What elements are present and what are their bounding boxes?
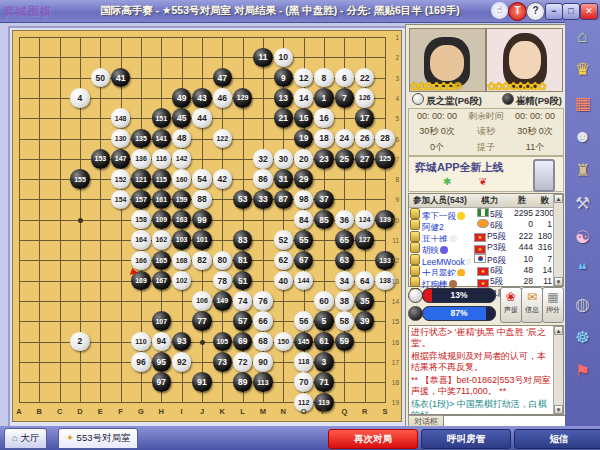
black-stone-51: 51 (233, 271, 253, 291)
white-stone-122: 122 (213, 129, 233, 149)
coord-letter-R: R (359, 407, 371, 416)
vip-icon[interactable]: ♛ (569, 58, 596, 89)
white-stone-4: 4 (70, 88, 90, 108)
black-stone-165: 165 (152, 251, 172, 271)
coord-letter-I: I (176, 407, 188, 416)
white-stone-22: 22 (355, 68, 375, 88)
white-time: 00: 00: 00 (409, 109, 465, 124)
coord-number-18: 18 (387, 379, 399, 386)
white-stone-icon (412, 93, 424, 105)
black-stone-27: 27 (355, 149, 375, 169)
black-stone-67: 67 (294, 251, 314, 271)
chat-scrollbar[interactable]: ▲▼ (553, 326, 563, 414)
black-player-name: 崔精(P9段) (502, 93, 562, 106)
white-flower-gifts: ✿✿✿✿✿✿❁ (410, 81, 485, 91)
white-stone-56: 56 (294, 311, 314, 331)
black-stone-39: 39 (355, 311, 375, 331)
white-stone-60: 60 (314, 291, 334, 311)
participant-rows: 零下一段5段22952300阿健26段01萁士维★P5段222180胡映★P3段… (409, 208, 563, 299)
bottom-bar: ⌂ 大厅✦ 553号对局室 再次对局呼叫房管短信退出 (0, 426, 600, 450)
black-vote-bar: 87% (422, 306, 496, 321)
white-stone-82: 82 (192, 251, 212, 271)
android-icon: ✱ (443, 176, 451, 188)
close-button[interactable]: ✕ (580, 3, 598, 20)
black-stone-169: 169 (131, 271, 151, 291)
white-stone-52: 52 (274, 230, 294, 250)
flag-icon-cn: ★ (474, 233, 486, 242)
black-stone-105: 105 (213, 332, 233, 352)
hand-cursor-icon[interactable]: ☝ (491, 2, 508, 19)
flag-icon-etc (477, 208, 489, 217)
black-stone-31: 31 (274, 169, 294, 189)
black-stone-11: 11 (253, 48, 273, 68)
coord-number-16: 16 (387, 339, 399, 346)
white-stone-68: 68 (253, 332, 273, 352)
white-stone-162: 162 (152, 230, 172, 250)
white-stone-70: 70 (294, 372, 314, 392)
captures-label: 提子 (465, 140, 507, 155)
white-stone-96: 96 (131, 352, 151, 372)
white-stone-20: 20 (294, 149, 314, 169)
black-stone-19: 19 (294, 129, 314, 149)
coord-number-2: 2 (387, 54, 399, 61)
participant-scrollbar[interactable]: ▲▼ (553, 194, 563, 286)
coord-number-15: 15 (387, 318, 399, 325)
thumb-icon (410, 242, 420, 253)
chat-line: 练衣(1段)> 中国黑棋打劫活，白棋的好 (411, 399, 551, 415)
white-stone-48: 48 (172, 129, 192, 149)
help-icon[interactable]: ? (526, 2, 545, 21)
coord-letter-C: C (54, 407, 66, 416)
friends-icon[interactable]: ☯ (569, 226, 596, 257)
tab-icon: ⌂ (12, 432, 18, 443)
maximize-button[interactable]: □ (562, 3, 580, 20)
black-stone-13: 13 (274, 88, 294, 108)
thumb-icon (410, 265, 420, 276)
vote-button-icon: ▦ (543, 288, 563, 305)
white-player-avatar: ✿✿✿✿✿✿❁ (409, 28, 486, 92)
black-flower-gifts: ✿✿✿✿✿✿✿✿ (487, 81, 562, 91)
white-stone-6: 6 (335, 68, 355, 88)
black-stone-163: 163 (172, 210, 192, 230)
side-icon-strip: ⌂♛▦☻♜⚒☯❝◍☸⚑ (565, 22, 600, 450)
vote-button-3[interactable]: ▦押分 (542, 287, 564, 323)
academy-icon[interactable]: ♜ (569, 159, 596, 190)
white-stone-86: 86 (253, 169, 273, 189)
minimize-button[interactable]: − (545, 3, 563, 20)
black-stone-103: 103 (172, 230, 192, 250)
white-stone-72: 72 (233, 352, 253, 372)
bottom-button-短信[interactable]: 短信 (514, 429, 600, 449)
black-stone-5: 5 (314, 311, 334, 331)
white-stone-40: 40 (274, 271, 294, 291)
thumb-icon (410, 219, 420, 230)
white-stone-32: 32 (253, 149, 273, 169)
last-move-marker (129, 267, 138, 275)
black-stone-77: 77 (192, 311, 212, 331)
chat-line: 进行状态> '崔精'执黑 中盘胜 '辰之堂'。 (411, 327, 551, 348)
black-stone-3: 3 (314, 352, 334, 372)
coord-number-13: 13 (387, 278, 399, 285)
white-stone-74: 74 (233, 291, 253, 311)
participant-header: 参加人员(543)棋力胜败 (409, 194, 563, 208)
white-stone-168: 168 (172, 251, 192, 271)
coord-number-9: 9 (387, 196, 399, 203)
hat-badge-icon (449, 235, 457, 243)
black-stone-109: 109 (152, 210, 172, 230)
coord-letter-M: M (257, 407, 269, 416)
black-stone-icon (502, 93, 514, 105)
black-stone-99: 99 (192, 210, 212, 230)
black-stone-135: 135 (131, 129, 151, 149)
white-stone-102: 102 (172, 271, 192, 291)
coord-letter-L: L (237, 407, 249, 416)
white-stone-126: 126 (355, 88, 375, 108)
vote-button-icon: ❀ (501, 288, 521, 305)
go-board[interactable]: 1110504147912862244943461291314171261481… (12, 30, 402, 422)
flag-icon-face (477, 219, 489, 228)
black-stone-71: 71 (314, 372, 334, 392)
white-stone-148: 148 (111, 108, 131, 128)
coord-letter-O: O (298, 407, 310, 416)
recharge-icon[interactable]: ◍ (569, 293, 596, 324)
black-stone-161: 161 (152, 190, 172, 210)
white-stone-58: 58 (335, 311, 355, 331)
white-stone-164: 164 (131, 230, 151, 250)
black-stone-95: 95 (152, 352, 172, 372)
black-stone-89: 89 (233, 372, 253, 392)
white-stone-152: 152 (111, 169, 131, 189)
coord-number-5: 5 (387, 115, 399, 122)
chat-line: ** 【恭喜】bet-01862|553号对局室声援，中奖711,000。 ** (411, 375, 551, 396)
white-stone-10: 10 (274, 48, 294, 68)
ai-icon[interactable]: ☻ (569, 125, 596, 156)
black-stone-85: 85 (314, 210, 334, 230)
crown-badge-icon (457, 212, 465, 220)
coord-number-17: 17 (387, 359, 399, 366)
chat-area[interactable]: 进行状态> '崔精'执黑 中盘胜 '辰之堂'。根据弈城规则及对局者的认可，本结果… (408, 325, 564, 415)
white-stone-16: 16 (314, 108, 334, 128)
coord-letter-Q: Q (338, 407, 350, 416)
black-stone-43: 43 (192, 88, 212, 108)
black-stone-151: 151 (152, 108, 172, 128)
board-frame: 1110504147912862244943461291314171261481… (8, 26, 408, 428)
participant-row[interactable]: 零下一段5段22952300 (409, 208, 563, 219)
black-stone-81: 81 (233, 251, 253, 271)
black-stone-97: 97 (152, 372, 172, 392)
black-stone-129: 129 (233, 88, 253, 108)
t-badge-icon[interactable]: T (508, 2, 527, 21)
thumb-icon (410, 254, 420, 265)
white-stone-124: 124 (355, 210, 375, 230)
coord-number-12: 12 (387, 257, 399, 264)
games-icon[interactable]: ☸ (569, 326, 596, 357)
thumb-icon (410, 208, 420, 219)
white-stone-150: 150 (274, 332, 294, 352)
coord-letter-D: D (74, 407, 86, 416)
black-stone-37: 37 (314, 190, 334, 210)
black-stone-121: 121 (131, 169, 151, 189)
white-stone-62: 62 (274, 251, 294, 271)
white-stone-118: 118 (294, 352, 314, 372)
white-stone-80: 80 (213, 251, 233, 271)
white-player-name: 辰之堂(P6段) (412, 93, 482, 106)
game-info-panel: ✿✿✿✿✿✿❁ ✿✿✿✿✿✿✿✿ 辰之堂(P6段) 崔精(P9段) 00: 00… (405, 24, 567, 427)
white-stone-18: 18 (314, 129, 334, 149)
white-stone-38: 38 (335, 291, 355, 311)
white-byoyomi: 30秒 0次 (409, 124, 465, 139)
tools-icon[interactable]: ⚒ (569, 192, 596, 223)
coord-number-3: 3 (387, 75, 399, 82)
coord-number-4: 4 (387, 95, 399, 102)
black-stone-101: 101 (192, 230, 212, 250)
white-stone-92: 92 (172, 352, 192, 372)
white-stone-8: 8 (314, 68, 334, 88)
lobby-icon[interactable]: ⌂ (569, 25, 596, 56)
shop-icon[interactable]: ▦ (569, 92, 596, 123)
coord-number-10: 10 (387, 217, 399, 224)
black-stone-53: 53 (233, 190, 253, 210)
black-time: 00: 00: 00 (507, 109, 563, 124)
black-stone-63: 63 (335, 251, 355, 271)
phone-icon (533, 159, 555, 192)
black-stone-159: 159 (172, 190, 192, 210)
black-stone-61: 61 (314, 332, 334, 352)
white-stone-158: 158 (131, 210, 151, 230)
black-stone-23: 23 (314, 149, 334, 169)
black-stone-65: 65 (335, 230, 355, 250)
black-captures: 11个 (507, 140, 563, 155)
black-stone-87: 87 (274, 190, 294, 210)
black-stone-91: 91 (192, 372, 212, 392)
white-captures: 0个 (409, 140, 465, 155)
white-stone-116: 116 (152, 149, 172, 169)
tab-icon: ✦ (66, 432, 74, 443)
white-stone-136: 136 (131, 149, 151, 169)
participant-row[interactable]: 胡映★P3段444316 (409, 242, 563, 253)
apple-icon: ❦ (479, 176, 487, 188)
participant-list: 参加人员(543)棋力胜败 零下一段5段22952300阿健26段01萁士维★P… (408, 193, 564, 287)
white-stone-98: 98 (294, 190, 314, 210)
vote-button-icon: ✉ (522, 288, 542, 305)
white-stone-78: 78 (213, 271, 233, 291)
black-stone-113: 113 (253, 372, 273, 392)
black-player-avatar: ✿✿✿✿✿✿✿✿ (486, 28, 563, 92)
coord-number-14: 14 (387, 298, 399, 305)
vote-button-2[interactable]: ✉信息 (521, 287, 543, 323)
chat-line: 根据弈城规则及对局者的认可，本结果将不再反复。 (411, 351, 551, 372)
black-stone-15: 15 (294, 108, 314, 128)
coord-number-8: 8 (387, 176, 399, 183)
participant-row[interactable]: LeeMWookP6段107 (409, 254, 563, 265)
white-vote-stone-icon (408, 288, 423, 303)
black-stone-57: 57 (233, 311, 253, 331)
bottom-button-再次对局[interactable]: 再次对局 (328, 429, 418, 449)
black-stone-145: 145 (294, 332, 314, 352)
chat-icon[interactable]: ❝ (569, 259, 596, 290)
black-stone-17: 17 (355, 108, 375, 128)
white-stone-144: 144 (294, 271, 314, 291)
white-stone-42: 42 (213, 169, 233, 189)
window-title: 国际高手赛 - ★553号对局室 对局结果 - (黑 中盘胜) - 分先: 黑贴… (0, 4, 560, 18)
coord-letter-P: P (318, 407, 330, 416)
tab-lobby[interactable]: ⌂ 大厅 (4, 428, 47, 449)
white-stone-34: 34 (335, 271, 355, 291)
black-stone-149: 149 (213, 291, 233, 311)
white-stone-142: 142 (172, 149, 192, 169)
white-stone-88: 88 (192, 190, 212, 210)
white-stone-76: 76 (253, 291, 273, 311)
black-vote-stone-icon (408, 306, 423, 321)
black-stone-107: 107 (152, 311, 172, 331)
white-stone-46: 46 (213, 88, 233, 108)
coord-letter-F: F (115, 407, 127, 416)
black-stone-141: 141 (152, 129, 172, 149)
participant-row[interactable]: 阿健26段01 (409, 219, 563, 230)
coord-number-6: 6 (387, 136, 399, 143)
black-stone-153: 153 (91, 149, 111, 169)
black-stone-25: 25 (335, 149, 355, 169)
black-stone-47: 47 (213, 68, 233, 88)
black-stone-83: 83 (233, 230, 253, 250)
white-stone-84: 84 (294, 210, 314, 230)
black-stone-9: 9 (274, 68, 294, 88)
thumb-icon (410, 276, 420, 287)
coord-letter-H: H (155, 407, 167, 416)
black-stone-167: 167 (152, 271, 172, 291)
coord-number-11: 11 (387, 237, 399, 244)
flag-icon-cn: ★ (474, 245, 486, 254)
medal-badge-icon (457, 269, 465, 277)
white-stone-64: 64 (355, 271, 375, 291)
coord-letter-N: N (277, 407, 289, 416)
black-stone-29: 29 (294, 169, 314, 189)
white-vote-bar: 13% (422, 288, 496, 303)
flag-icon-cn: ★ (477, 267, 489, 276)
black-stone-7: 7 (335, 88, 355, 108)
coord-letter-G: G (135, 407, 147, 416)
participant-row[interactable]: 十月翠蛇★6段4814 (409, 265, 563, 276)
thumb-icon (410, 231, 420, 242)
coord-letter-S: S (379, 407, 391, 416)
white-stone-110: 110 (131, 332, 151, 352)
black-stone-33: 33 (253, 190, 273, 210)
byoyomi-label: 读秒 (465, 124, 507, 139)
coord-letter-E: E (94, 407, 106, 416)
coord-letter-J: J (196, 407, 208, 416)
timer-block: 00: 00: 00剩余时间00: 00: 00 30秒 0次读秒30秒 0次 … (408, 108, 564, 156)
black-stone-59: 59 (335, 332, 355, 352)
time-label: 剩余时间 (465, 109, 507, 124)
black-stone-21: 21 (274, 108, 294, 128)
black-stone-69: 69 (233, 332, 253, 352)
events-icon[interactable]: ⚑ (569, 360, 596, 391)
coord-letter-A: A (13, 407, 25, 416)
black-byoyomi: 30秒 0次 (507, 124, 563, 139)
black-stone-41: 41 (111, 68, 131, 88)
flag-icon-kr (474, 254, 486, 263)
title-bar: 弈城围棋 国际高手赛 - ★553号对局室 对局结果 - (黑 中盘胜) - 分… (0, 0, 600, 23)
white-stone-54: 54 (192, 169, 212, 189)
white-stone-44: 44 (192, 108, 212, 128)
coord-number-19: 19 (387, 399, 399, 406)
white-stone-24: 24 (335, 129, 355, 149)
app-banner[interactable]: 弈城APP全新上线 ✱ ❦ (408, 156, 564, 192)
white-stone-66: 66 (253, 311, 273, 331)
black-stone-157: 157 (131, 190, 151, 210)
black-stone-155: 155 (70, 169, 90, 189)
black-stone-1: 1 (314, 88, 334, 108)
white-stone-2: 2 (70, 332, 90, 352)
white-stone-12: 12 (294, 68, 314, 88)
black-stone-93: 93 (172, 332, 192, 352)
black-stone-73: 73 (213, 352, 233, 372)
diamond-badge-icon (440, 246, 448, 254)
coord-letter-K: K (216, 407, 228, 416)
white-stone-154: 154 (111, 190, 131, 210)
white-stone-160: 160 (172, 169, 192, 189)
white-stone-130: 130 (111, 129, 131, 149)
vote-button-1[interactable]: ❀声援 (500, 287, 522, 323)
black-stone-35: 35 (355, 291, 375, 311)
black-stone-49: 49 (172, 88, 192, 108)
white-stone-30: 30 (274, 149, 294, 169)
black-stone-55: 55 (294, 230, 314, 250)
white-stone-14: 14 (294, 88, 314, 108)
tab-room[interactable]: ✦ 553号对局室 (58, 428, 138, 449)
white-stone-26: 26 (355, 129, 375, 149)
black-stone-115: 115 (152, 169, 172, 189)
white-stone-94: 94 (152, 332, 172, 352)
black-stone-45: 45 (172, 108, 192, 128)
white-stone-50: 50 (91, 68, 111, 88)
bottom-button-呼叫房管[interactable]: 呼叫房管 (421, 429, 511, 449)
white-stone-106: 106 (192, 291, 212, 311)
coord-number-7: 7 (387, 156, 399, 163)
vote-area: 13% 87% ❀声援✉信息▦押分 (408, 287, 562, 323)
black-stone-127: 127 (355, 230, 375, 250)
white-stone-36: 36 (335, 210, 355, 230)
participant-row[interactable]: 萁士维★P5段222180 (409, 231, 563, 242)
coord-letter-B: B (33, 407, 45, 416)
coord-number-1: 1 (387, 34, 399, 41)
white-stone-90: 90 (253, 352, 273, 372)
banner-text: 弈城APP全新上线 (415, 160, 504, 175)
black-stone-147: 147 (111, 149, 131, 169)
